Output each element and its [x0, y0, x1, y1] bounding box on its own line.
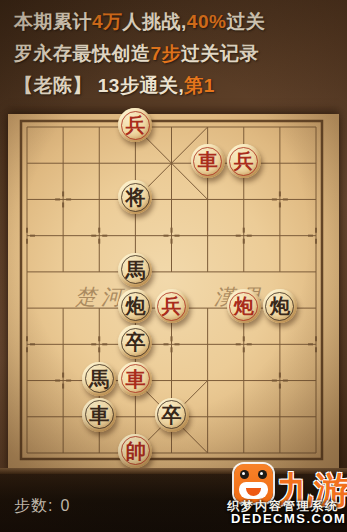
piece-red-車[interactable]: 車 [118, 362, 152, 396]
header-highlight-text: 40% [187, 11, 227, 32]
piece-character: 兵 [162, 296, 182, 316]
piece-black-車[interactable]: 車 [82, 398, 116, 432]
header-text: 罗永存最快创造 [14, 43, 151, 64]
header-line-player: 【老陈】 13步通关,第1 [14, 73, 215, 99]
piece-red-兵[interactable]: 兵 [118, 108, 152, 142]
piece-character: 車 [198, 151, 218, 171]
header-text: 过关 [226, 11, 265, 32]
steps-counter: 步数:0 [14, 496, 70, 517]
piece-character: 将 [125, 187, 145, 207]
piece-red-兵[interactable]: 兵 [155, 289, 189, 323]
challenge-header: 本期累计4万人挑战,40%过关 罗永存最快创造7步过关记录 【老陈】 13步通关… [0, 0, 347, 112]
piece-black-炮[interactable]: 炮 [263, 289, 297, 323]
piece-black-将[interactable]: 将 [118, 180, 152, 214]
piece-character: 車 [89, 404, 109, 424]
header-text: 人挑战, [123, 11, 187, 32]
piece-character: 車 [125, 368, 145, 388]
piece-red-車[interactable]: 車 [191, 144, 225, 178]
header-highlight-text: 7步 [151, 43, 182, 64]
piece-black-馬[interactable]: 馬 [82, 362, 116, 396]
piece-black-馬[interactable]: 馬 [118, 253, 152, 287]
piece-character: 卒 [125, 332, 145, 352]
header-text: 本期累计 [14, 11, 92, 32]
steps-value: 0 [60, 497, 70, 514]
header-text: 【老陈】 13步通关, [14, 75, 184, 96]
header-highlight-text: 第1 [184, 75, 215, 96]
piece-character: 炮 [125, 296, 145, 316]
piece-character: 卒 [162, 404, 182, 424]
piece-red-帥[interactable]: 帥 [118, 434, 152, 468]
piece-black-卒[interactable]: 卒 [155, 398, 189, 432]
piece-red-兵[interactable]: 兵 [227, 144, 261, 178]
piece-character: 炮 [234, 296, 254, 316]
piece-character: 炮 [270, 296, 290, 316]
steps-label: 步数: [14, 497, 53, 514]
header-line-stats: 本期累计4万人挑战,40%过关 [14, 9, 265, 35]
piece-character: 兵 [234, 151, 254, 171]
header-line-record: 罗永存最快创造7步过关记录 [14, 41, 259, 67]
header-highlight-text: 4万 [92, 11, 123, 32]
header-text: 过关记录 [181, 43, 259, 64]
piece-black-卒[interactable]: 卒 [118, 325, 152, 359]
piece-red-炮[interactable]: 炮 [227, 289, 261, 323]
piece-character: 馬 [125, 259, 145, 279]
piece-black-炮[interactable]: 炮 [118, 289, 152, 323]
piece-character: 馬 [89, 368, 109, 388]
app-screen: 本期累计4万人挑战,40%过关 罗永存最快创造7步过关记录 【老陈】 13步通关… [0, 0, 347, 532]
piece-character: 兵 [125, 115, 145, 135]
piece-character: 帥 [125, 440, 145, 460]
